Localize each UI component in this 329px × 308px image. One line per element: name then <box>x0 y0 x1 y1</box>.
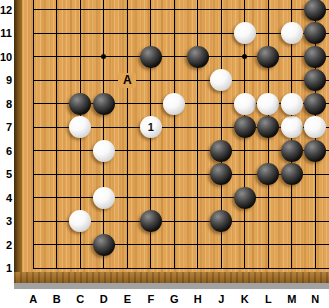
black-stone-F10 <box>140 46 162 68</box>
black-stone-M5 <box>281 163 303 185</box>
column-label-A: A <box>25 292 41 306</box>
black-stone-N8 <box>304 93 326 115</box>
white-stone-M7 <box>281 116 303 138</box>
grid-line-col-G <box>174 0 175 269</box>
column-label-K: K <box>237 292 253 306</box>
black-stone-L5 <box>257 163 279 185</box>
black-stone-D2 <box>93 234 115 256</box>
column-label-D: D <box>96 292 112 306</box>
grid-line-col-B <box>56 0 57 269</box>
grid-line-row-1 <box>33 268 329 269</box>
row-label-12: 12 <box>0 3 12 17</box>
black-stone-N9 <box>304 69 326 91</box>
grid-line-row-10 <box>33 56 329 57</box>
black-stone-N11 <box>304 22 326 44</box>
black-stone-H10 <box>187 46 209 68</box>
white-stone-D4 <box>93 187 115 209</box>
column-label-L: L <box>260 292 276 306</box>
grid-line-col-A <box>33 0 34 269</box>
white-stone-C3 <box>69 210 91 232</box>
column-label-B: B <box>49 292 65 306</box>
row-label-8: 8 <box>0 97 12 111</box>
column-label-H: H <box>190 292 206 306</box>
white-stone-L8 <box>257 93 279 115</box>
white-stone-K11 <box>234 22 256 44</box>
row-label-4: 4 <box>0 191 12 205</box>
go-board-screenshot: 121110987654321 1 A ABCDEFGHJKLMN <box>0 0 329 308</box>
grid-line-row-2 <box>33 244 329 245</box>
white-stone-F7: 1 <box>140 116 162 138</box>
board-bottom-edge <box>14 272 329 283</box>
grid-line-row-4 <box>33 197 329 198</box>
column-label-J: J <box>213 292 229 306</box>
column-label-G: G <box>166 292 182 306</box>
black-stone-K4 <box>234 187 256 209</box>
board-left-edge <box>14 0 22 283</box>
board-shadow-strip <box>14 283 329 289</box>
white-stone-D6 <box>93 140 115 162</box>
black-stone-L7 <box>257 116 279 138</box>
column-label-M: M <box>284 292 300 306</box>
go-board[interactable]: 1 A <box>14 0 329 289</box>
white-stone-J9 <box>210 69 232 91</box>
row-label-9: 9 <box>0 73 12 87</box>
star-point-K10 <box>242 54 247 59</box>
grid-line-row-9 <box>33 80 329 81</box>
white-stone-C7 <box>69 116 91 138</box>
row-label-10: 10 <box>0 50 12 64</box>
row-label-3: 3 <box>0 214 12 228</box>
row-label-1: 1 <box>0 261 12 275</box>
column-label-N: N <box>307 292 323 306</box>
grid-line-row-12 <box>33 9 329 10</box>
grid-line-col-H <box>197 0 198 269</box>
white-stone-M8 <box>281 93 303 115</box>
row-label-11: 11 <box>0 26 12 40</box>
move-number-label: 1 <box>140 116 162 138</box>
row-label-5: 5 <box>0 167 12 181</box>
black-stone-J3 <box>210 210 232 232</box>
white-stone-N7 <box>304 116 326 138</box>
white-stone-K8 <box>234 93 256 115</box>
grid-line-col-E <box>127 0 128 269</box>
black-stone-M6 <box>281 140 303 162</box>
black-stone-N6 <box>304 140 326 162</box>
column-label-F: F <box>143 292 159 306</box>
black-stone-N12 <box>304 0 326 21</box>
black-stone-L10 <box>257 46 279 68</box>
column-label-E: E <box>119 292 135 306</box>
black-stone-C8 <box>69 93 91 115</box>
black-stone-F3 <box>140 210 162 232</box>
black-stone-D8 <box>93 93 115 115</box>
black-stone-J5 <box>210 163 232 185</box>
row-label-2: 2 <box>0 238 12 252</box>
white-stone-G8 <box>163 93 185 115</box>
row-label-6: 6 <box>0 144 12 158</box>
row-label-7: 7 <box>0 120 12 134</box>
black-stone-N10 <box>304 46 326 68</box>
black-stone-J6 <box>210 140 232 162</box>
column-label-C: C <box>72 292 88 306</box>
star-point-D10 <box>101 54 106 59</box>
annotation-letter-A: A <box>118 73 136 88</box>
white-stone-M11 <box>281 22 303 44</box>
grid-line-col-D <box>103 0 104 269</box>
black-stone-K7 <box>234 116 256 138</box>
